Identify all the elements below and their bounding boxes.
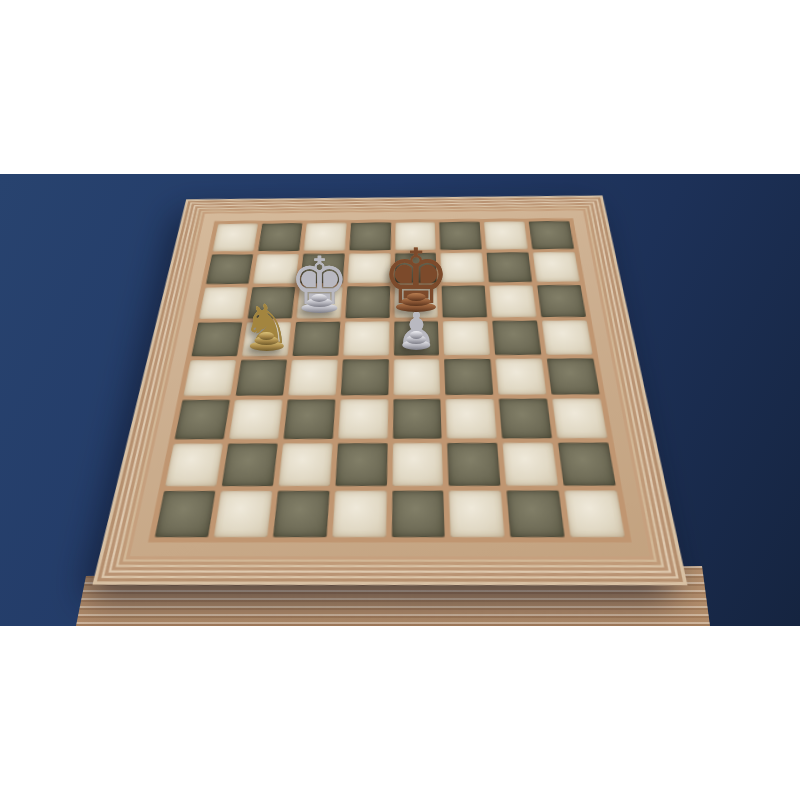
board-square-a6[interactable] [199, 287, 248, 319]
board-square-c4[interactable] [288, 359, 338, 396]
board-square-d5[interactable] [343, 321, 389, 355]
chess-piece-c6[interactable]: ♚ [290, 254, 349, 313]
board-square-e2[interactable] [392, 443, 444, 486]
board-square-b3[interactable] [229, 400, 282, 439]
board-square-a1[interactable] [155, 491, 215, 537]
board-square-c1[interactable] [273, 491, 329, 537]
piece-base [301, 303, 337, 313]
board-square-d4[interactable] [340, 359, 388, 396]
board-square-f1[interactable] [449, 491, 505, 537]
board-square-b1[interactable] [214, 491, 272, 537]
screenshot: ♚♚♞♟ [0, 0, 800, 800]
board-square-c3[interactable] [283, 400, 335, 439]
board-square-g4[interactable] [496, 358, 547, 395]
board-square-g7[interactable] [487, 252, 532, 282]
board-square-h8[interactable] [529, 221, 574, 249]
board-square-e4[interactable] [393, 359, 441, 396]
board-square-e3[interactable] [393, 399, 442, 439]
board-square-h6[interactable] [537, 285, 586, 317]
chess-piece-b5[interactable]: ♞ [242, 302, 290, 351]
board-square-d2[interactable] [335, 443, 387, 486]
board-square-g5[interactable] [492, 320, 541, 354]
board-square-h2[interactable] [558, 443, 616, 486]
board-square-h7[interactable] [533, 252, 580, 282]
board-square-b4[interactable] [236, 359, 287, 396]
board-square-g3[interactable] [499, 399, 552, 439]
board-square-f5[interactable] [443, 321, 490, 355]
board-square-e1[interactable] [391, 491, 445, 537]
letterbox-bottom [0, 626, 800, 800]
board-square-g2[interactable] [503, 443, 558, 486]
board-square-g8[interactable] [484, 221, 528, 249]
board-square-g6[interactable] [490, 285, 537, 317]
letterbox-top [0, 0, 800, 174]
board-square-h5[interactable] [542, 320, 593, 354]
photo-region: ♚♚♞♟ [0, 174, 800, 626]
board-square-c2[interactable] [278, 444, 332, 487]
board-square-c5[interactable] [292, 321, 340, 355]
board-square-f2[interactable] [448, 443, 501, 486]
board-square-d3[interactable] [338, 400, 388, 440]
board-square-a2[interactable] [165, 444, 223, 487]
piece-base [249, 341, 283, 351]
board-square-a7[interactable] [206, 254, 253, 284]
board-square-f4[interactable] [445, 358, 494, 395]
chess-piece-e5[interactable]: ♟ [397, 310, 436, 350]
board-square-h3[interactable] [552, 399, 607, 439]
board-square-a5[interactable] [191, 322, 242, 356]
board-square-d1[interactable] [332, 491, 386, 537]
board-square-g1[interactable] [507, 491, 565, 538]
board-square-a3[interactable] [175, 400, 230, 439]
board-square-a8[interactable] [213, 224, 258, 252]
board-square-h1[interactable] [565, 491, 625, 538]
board-square-f3[interactable] [446, 399, 497, 439]
board-square-h4[interactable] [547, 358, 600, 395]
board-square-a4[interactable] [183, 360, 236, 397]
board-square-b2[interactable] [222, 444, 278, 487]
